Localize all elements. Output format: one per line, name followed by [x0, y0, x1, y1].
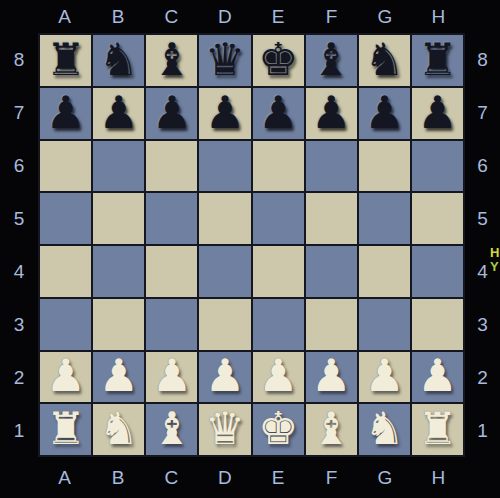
square-a2[interactable]: ♟ [40, 352, 91, 403]
square-e5[interactable] [253, 193, 304, 244]
square-g5[interactable] [359, 193, 410, 244]
square-b5[interactable] [93, 193, 144, 244]
square-e8[interactable]: ♚ [253, 35, 304, 86]
square-d2[interactable]: ♟ [199, 352, 250, 403]
piece-white-rook[interactable]: ♜ [45, 406, 85, 451]
piece-black-pawn[interactable]: ♟ [45, 90, 85, 135]
piece-black-bishop[interactable]: ♝ [311, 37, 351, 82]
piece-white-knight[interactable]: ♞ [99, 406, 139, 451]
square-a5[interactable] [40, 193, 91, 244]
piece-white-pawn[interactable]: ♟ [99, 353, 139, 398]
file-labels-bottom: ABCDEFGH [38, 457, 465, 498]
file-label-top-a: A [38, 0, 91, 33]
square-c1[interactable]: ♝ [146, 404, 197, 455]
square-e2[interactable]: ♟ [253, 352, 304, 403]
square-a1[interactable]: ♜ [40, 404, 91, 455]
square-g6[interactable] [359, 141, 410, 192]
square-a8[interactable]: ♜ [40, 35, 91, 86]
piece-white-pawn[interactable]: ♟ [258, 353, 298, 398]
piece-black-pawn[interactable]: ♟ [99, 90, 139, 135]
file-label-top-b: B [91, 0, 144, 33]
rank-label-left-6: 6 [0, 139, 38, 192]
piece-black-rook[interactable]: ♜ [45, 37, 85, 82]
piece-white-queen[interactable]: ♛ [205, 406, 245, 451]
rank-label-left-8: 8 [0, 33, 38, 86]
piece-black-pawn[interactable]: ♟ [364, 90, 404, 135]
square-g3[interactable] [359, 299, 410, 350]
piece-white-pawn[interactable]: ♟ [311, 353, 351, 398]
piece-black-pawn[interactable]: ♟ [311, 90, 351, 135]
square-f1[interactable]: ♝ [306, 404, 357, 455]
chess-board: ♜♞♝♛♚♝♞♜♟♟♟♟♟♟♟♟♟♟♟♟♟♟♟♟♜♞♝♛♚♝♞♜ [38, 33, 465, 457]
square-h4[interactable] [412, 246, 463, 297]
file-label-bottom-a: A [38, 457, 91, 498]
rank-label-right-1: 1 [465, 404, 500, 457]
square-d8[interactable]: ♛ [199, 35, 250, 86]
rank-label-right-6: 6 [465, 139, 500, 192]
square-b4[interactable] [93, 246, 144, 297]
rank-label-left-5: 5 [0, 192, 38, 245]
file-label-bottom-h: H [412, 457, 465, 498]
square-h5[interactable] [412, 193, 463, 244]
edge-text-fragment-1: H [490, 246, 499, 259]
piece-white-pawn[interactable]: ♟ [417, 353, 457, 398]
piece-black-queen[interactable]: ♛ [205, 37, 245, 82]
rank-label-right-3: 3 [465, 298, 500, 351]
square-g2[interactable]: ♟ [359, 352, 410, 403]
file-label-bottom-d: D [198, 457, 251, 498]
square-f7[interactable]: ♟ [306, 88, 357, 139]
file-label-top-h: H [412, 0, 465, 33]
square-f6[interactable] [306, 141, 357, 192]
square-e6[interactable] [253, 141, 304, 192]
square-h3[interactable] [412, 299, 463, 350]
square-f2[interactable]: ♟ [306, 352, 357, 403]
square-b1[interactable]: ♞ [93, 404, 144, 455]
square-f4[interactable] [306, 246, 357, 297]
square-f3[interactable] [306, 299, 357, 350]
file-label-bottom-c: C [145, 457, 198, 498]
file-label-bottom-e: E [252, 457, 305, 498]
square-c2[interactable]: ♟ [146, 352, 197, 403]
file-label-bottom-g: G [358, 457, 411, 498]
rank-label-right-5: 5 [465, 192, 500, 245]
rank-labels-left: 87654321 [0, 33, 38, 457]
square-h8[interactable]: ♜ [412, 35, 463, 86]
file-label-top-e: E [252, 0, 305, 33]
square-g4[interactable] [359, 246, 410, 297]
file-label-top-c: C [145, 0, 198, 33]
rank-label-left-3: 3 [0, 298, 38, 351]
square-d6[interactable] [199, 141, 250, 192]
piece-white-bishop[interactable]: ♝ [311, 406, 351, 451]
square-c3[interactable] [146, 299, 197, 350]
square-f8[interactable]: ♝ [306, 35, 357, 86]
square-g1[interactable]: ♞ [359, 404, 410, 455]
square-e4[interactable] [253, 246, 304, 297]
piece-white-pawn[interactable]: ♟ [152, 353, 192, 398]
piece-black-knight[interactable]: ♞ [99, 37, 139, 82]
square-b3[interactable] [93, 299, 144, 350]
square-c4[interactable] [146, 246, 197, 297]
piece-white-pawn[interactable]: ♟ [205, 353, 245, 398]
file-label-top-d: D [198, 0, 251, 33]
square-e7[interactable]: ♟ [253, 88, 304, 139]
piece-black-pawn[interactable]: ♟ [205, 90, 245, 135]
square-d4[interactable] [199, 246, 250, 297]
square-h6[interactable] [412, 141, 463, 192]
rank-label-left-4: 4 [0, 245, 38, 298]
square-g8[interactable]: ♞ [359, 35, 410, 86]
piece-white-pawn[interactable]: ♟ [364, 353, 404, 398]
square-b6[interactable] [93, 141, 144, 192]
rank-label-right-2: 2 [465, 351, 500, 404]
square-a4[interactable] [40, 246, 91, 297]
square-d7[interactable]: ♟ [199, 88, 250, 139]
square-d5[interactable] [199, 193, 250, 244]
square-f5[interactable] [306, 193, 357, 244]
square-b8[interactable]: ♞ [93, 35, 144, 86]
file-label-bottom-f: F [305, 457, 358, 498]
square-c5[interactable] [146, 193, 197, 244]
piece-black-pawn[interactable]: ♟ [258, 90, 298, 135]
piece-white-bishop[interactable]: ♝ [152, 406, 192, 451]
square-d1[interactable]: ♛ [199, 404, 250, 455]
square-h7[interactable]: ♟ [412, 88, 463, 139]
piece-black-pawn[interactable]: ♟ [417, 90, 457, 135]
edge-text-fragment-2: Y [490, 260, 499, 273]
piece-white-rook[interactable]: ♜ [417, 406, 457, 451]
piece-white-knight[interactable]: ♞ [364, 406, 404, 451]
square-h1[interactable]: ♜ [412, 404, 463, 455]
rank-label-left-1: 1 [0, 404, 38, 457]
chess-app: ABCDEFGH 87654321 ♜♞♝♛♚♝♞♜♟♟♟♟♟♟♟♟♟♟♟♟♟♟… [0, 0, 500, 498]
rank-label-left-7: 7 [0, 86, 38, 139]
square-g7[interactable]: ♟ [359, 88, 410, 139]
file-label-top-f: F [305, 0, 358, 33]
square-e3[interactable] [253, 299, 304, 350]
file-label-bottom-b: B [91, 457, 144, 498]
piece-white-pawn[interactable]: ♟ [45, 353, 85, 398]
square-d3[interactable] [199, 299, 250, 350]
square-a6[interactable] [40, 141, 91, 192]
square-c6[interactable] [146, 141, 197, 192]
file-labels-top: ABCDEFGH [38, 0, 465, 33]
rank-label-right-8: 8 [465, 33, 500, 86]
piece-black-rook[interactable]: ♜ [417, 37, 457, 82]
piece-black-pawn[interactable]: ♟ [152, 90, 192, 135]
square-a3[interactable] [40, 299, 91, 350]
square-a7[interactable]: ♟ [40, 88, 91, 139]
file-label-top-g: G [358, 0, 411, 33]
rank-label-right-7: 7 [465, 86, 500, 139]
square-c7[interactable]: ♟ [146, 88, 197, 139]
square-b7[interactable]: ♟ [93, 88, 144, 139]
square-e1[interactable]: ♚ [253, 404, 304, 455]
piece-black-king[interactable]: ♚ [258, 37, 298, 82]
square-h2[interactable]: ♟ [412, 352, 463, 403]
piece-black-knight[interactable]: ♞ [364, 37, 404, 82]
piece-black-bishop[interactable]: ♝ [152, 37, 192, 82]
rank-label-left-2: 2 [0, 351, 38, 404]
square-c8[interactable]: ♝ [146, 35, 197, 86]
piece-white-king[interactable]: ♚ [258, 406, 298, 451]
square-b2[interactable]: ♟ [93, 352, 144, 403]
